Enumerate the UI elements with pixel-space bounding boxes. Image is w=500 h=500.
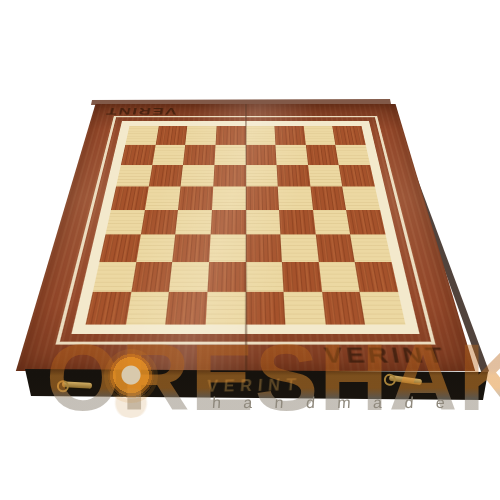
- square: [152, 145, 185, 165]
- square: [246, 186, 280, 209]
- square: [333, 126, 366, 145]
- square: [209, 235, 246, 262]
- square: [339, 165, 375, 187]
- square: [206, 292, 246, 325]
- brand-label-side: VERINT: [206, 376, 302, 396]
- square: [145, 186, 181, 209]
- square: [136, 235, 176, 262]
- square: [277, 165, 311, 187]
- square: [282, 262, 322, 292]
- square: [360, 292, 405, 325]
- square: [178, 186, 213, 209]
- square: [310, 186, 346, 209]
- square: [155, 126, 187, 145]
- square: [246, 126, 276, 145]
- square: [246, 210, 281, 235]
- square: [140, 210, 178, 235]
- square: [111, 186, 148, 209]
- square: [351, 235, 392, 262]
- square: [172, 235, 210, 262]
- product-photo: VERINT VERINT VERINT ORESHAK h a n d m a…: [0, 0, 500, 500]
- square: [116, 165, 152, 187]
- square: [213, 165, 245, 187]
- square: [126, 292, 170, 325]
- square: [313, 210, 351, 235]
- square: [246, 292, 286, 325]
- chess-board: VERINT VERINT: [16, 104, 475, 371]
- square: [207, 262, 245, 292]
- square: [322, 292, 366, 325]
- brand-label-back: VERINT: [104, 106, 178, 117]
- square: [278, 186, 313, 209]
- square: [275, 126, 306, 145]
- brand-label-front: VERINT: [323, 343, 450, 369]
- square: [99, 235, 140, 262]
- square: [308, 165, 343, 187]
- square: [86, 292, 131, 325]
- square: [105, 210, 144, 235]
- square: [212, 186, 246, 209]
- square: [246, 145, 277, 165]
- square: [131, 262, 172, 292]
- square: [346, 210, 385, 235]
- watermark-tagline: h a n d m a d e: [211, 394, 454, 412]
- square: [336, 145, 370, 165]
- square: [121, 145, 155, 165]
- square: [316, 235, 356, 262]
- square: [148, 165, 183, 187]
- fold-seam: [244, 104, 247, 371]
- square: [246, 165, 278, 187]
- square: [343, 186, 380, 209]
- square: [215, 126, 245, 145]
- square: [306, 145, 339, 165]
- square: [355, 262, 398, 292]
- square: [185, 126, 216, 145]
- left-latch: [62, 381, 92, 389]
- square: [183, 145, 215, 165]
- square: [181, 165, 215, 187]
- square: [304, 126, 336, 145]
- square: [319, 262, 360, 292]
- square: [166, 292, 208, 325]
- square: [210, 210, 245, 235]
- square: [175, 210, 211, 235]
- square: [214, 145, 245, 165]
- square: [169, 262, 209, 292]
- square: [246, 262, 284, 292]
- square: [93, 262, 136, 292]
- square: [281, 235, 319, 262]
- square: [276, 145, 308, 165]
- square: [125, 126, 158, 145]
- square: [284, 292, 326, 325]
- square: [279, 210, 315, 235]
- square: [246, 235, 283, 262]
- circle-logo-reflection: [112, 388, 150, 418]
